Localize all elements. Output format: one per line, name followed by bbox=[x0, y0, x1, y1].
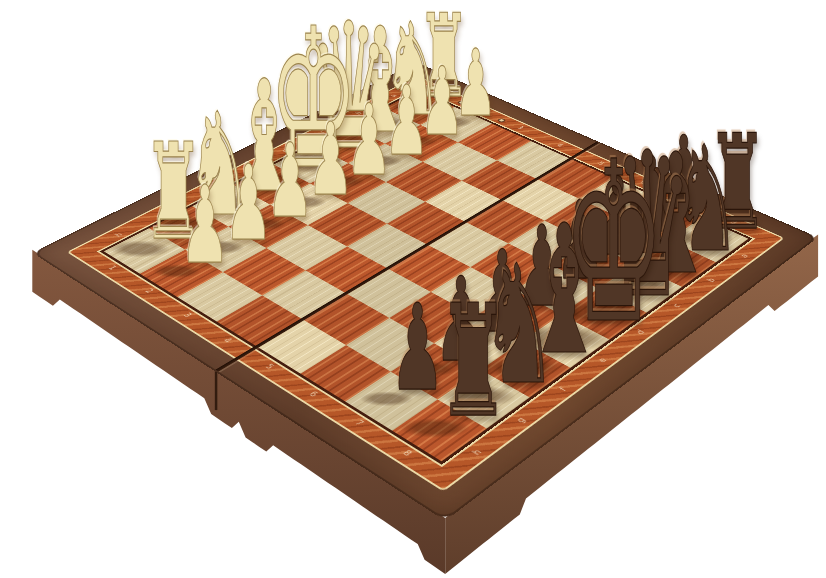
product-photo-scene: Wooden folding magnetic chess set on a w… bbox=[0, 0, 826, 578]
piece-white-pawn-g2[interactable]: ♟ bbox=[224, 151, 272, 255]
piece-white-pawn-f2[interactable]: ♟ bbox=[266, 130, 314, 232]
piece-white-pawn-h2[interactable]: ♟ bbox=[180, 172, 230, 279]
piece-black-rook-h8[interactable]: ♜ bbox=[437, 284, 509, 439]
piece-white-pawn-e2[interactable]: ♟ bbox=[307, 110, 354, 210]
